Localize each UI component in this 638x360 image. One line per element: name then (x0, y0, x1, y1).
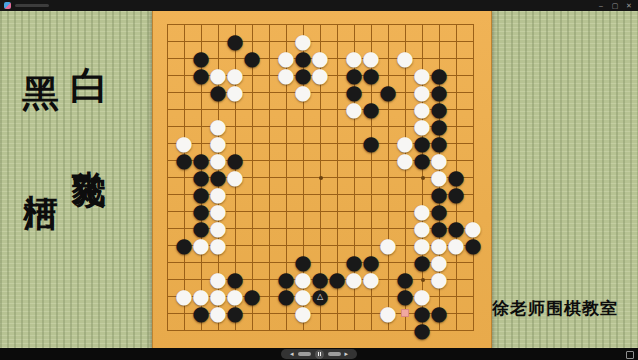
star-point (217, 278, 221, 282)
player-control-bar: ◂ ▸ (0, 348, 638, 360)
channel-caption: 徐老师围棋教室 (492, 297, 618, 320)
window-title-text (15, 4, 49, 7)
star-point (217, 74, 221, 78)
star-point (217, 176, 221, 180)
maximize-icon[interactable]: ▢ (608, 0, 622, 11)
minimize-icon[interactable]: – (594, 0, 608, 11)
left-label-blob[interactable] (298, 352, 311, 356)
right-label-blob[interactable] (328, 352, 341, 356)
white-player-color-label: 白 (70, 67, 108, 105)
white-player-name: 党毅飞 (72, 143, 106, 149)
go-board: ●●●●●●●●●●●●●●●●●●●●●●●●●●●●●●●●●●●●●●●●… (152, 10, 492, 350)
close-icon[interactable]: ✕ (622, 0, 636, 11)
player-controls-pill: ◂ ▸ (281, 349, 357, 359)
star-point (319, 278, 323, 282)
app-icon (4, 2, 11, 9)
video-frame: – ▢ ✕ 黑 柯洁 白 党毅飞 ●●●●●●●●●●●●●●●●●●●●●●●… (0, 0, 638, 360)
star-point (421, 74, 425, 78)
black-player-color-label: 黑 (22, 75, 59, 112)
black-player-name: 柯洁 (24, 167, 58, 171)
window-title-bar: – ▢ ✕ (0, 0, 638, 11)
previous-icon[interactable]: ◂ (290, 349, 294, 359)
pink-square-marker (401, 309, 409, 317)
star-point (319, 74, 323, 78)
player-more-icon[interactable] (626, 351, 634, 359)
star-point (319, 176, 323, 180)
play-pause-icon[interactable] (315, 350, 324, 359)
video-content: 黑 柯洁 白 党毅飞 ●●●●●●●●●●●●●●●●●●●●●●●●●●●●●… (0, 11, 638, 348)
star-point (421, 176, 425, 180)
star-point (421, 278, 425, 282)
next-icon[interactable]: ▸ (345, 349, 349, 359)
